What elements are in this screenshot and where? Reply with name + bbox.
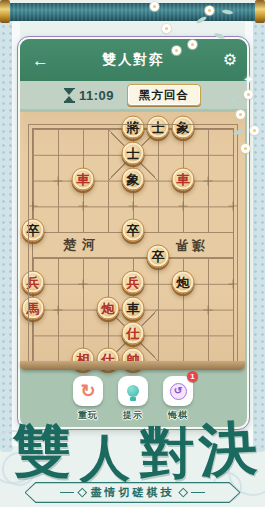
piece-象-black[interactable]: 象	[122, 167, 145, 190]
undo-label: 悔棋	[155, 409, 201, 422]
footer-banner-inner: 盡情切磋棋技	[26, 483, 239, 501]
banner-diamond-icon	[178, 488, 187, 497]
piece-象-black[interactable]: 象	[172, 116, 195, 139]
replay-label: 重玩	[65, 409, 111, 422]
hint-button[interactable]: 提示	[110, 376, 156, 422]
scroll-rod-cap-right	[255, 0, 265, 23]
piece-車-red[interactable]: 車	[172, 167, 195, 190]
scroll-rod	[5, 3, 260, 21]
settings-gear-icon[interactable]: ⚙	[223, 52, 237, 68]
footer-banner: 盡情切磋棋技	[25, 482, 241, 503]
turn-indicator-badge[interactable]: 黑方回合	[127, 84, 201, 106]
footer-subtitle: 盡情切磋棋技	[91, 485, 175, 500]
point-marker	[204, 305, 213, 314]
piece-車-red[interactable]: 車	[72, 167, 95, 190]
board-grid[interactable]: 楚河 漢界 將士象士車象車卒卒卒兵兵炮馬炮車仕相仕帥	[32, 128, 234, 362]
hint-button-square[interactable]	[118, 376, 148, 406]
action-bar: ↻ 重玩 提示 ↺ 1 悔棋	[0, 376, 265, 422]
replay-button-square[interactable]: ↻	[73, 376, 103, 406]
piece-士-black[interactable]: 士	[147, 116, 170, 139]
piece-卒-black[interactable]: 卒	[122, 219, 145, 242]
point-marker	[229, 279, 238, 288]
point-marker	[29, 202, 38, 211]
piece-仕-red[interactable]: 仕	[122, 322, 145, 345]
undo-count-badge: 1	[187, 371, 198, 382]
point-marker	[79, 279, 88, 288]
piece-炮-red[interactable]: 炮	[97, 296, 120, 319]
piece-車-black[interactable]: 車	[122, 296, 145, 319]
hint-label: 提示	[110, 409, 156, 422]
river-label-right: 漢界	[171, 236, 205, 254]
replay-button[interactable]: ↻ 重玩	[65, 376, 111, 422]
point-marker	[204, 176, 213, 185]
blossom-icon	[162, 24, 171, 33]
cloud-decoration	[2, 452, 36, 486]
piece-兵-red[interactable]: 兵	[22, 270, 45, 293]
app-screen: ← 雙人對弈 ⚙ 11:09 黑方回合 楚河 漢界 將士象士車象車卒卒卒兵兵炮馬…	[0, 0, 265, 507]
banner-dash	[60, 492, 74, 494]
hourglass-icon	[64, 88, 75, 103]
point-marker	[179, 202, 188, 211]
point-marker	[79, 202, 88, 211]
xiangqi-board: 楚河 漢界 將士象士車象車卒卒卒兵兵炮馬炮車仕相仕帥	[20, 112, 245, 362]
piece-卒-black[interactable]: 卒	[147, 245, 170, 268]
banner-diamond-icon	[78, 488, 87, 497]
undo-button[interactable]: ↺ 1 悔棋	[155, 376, 201, 422]
undo-button-square[interactable]: ↺ 1	[163, 376, 193, 406]
header-bar: ← 雙人對弈 ⚙	[20, 39, 247, 81]
game-timer: 11:09	[79, 88, 114, 103]
piece-馬-red[interactable]: 馬	[22, 296, 45, 319]
piece-將-black[interactable]: 將	[122, 116, 145, 139]
point-marker	[54, 305, 63, 314]
piece-炮-black[interactable]: 炮	[172, 270, 195, 293]
banner-dash	[191, 492, 205, 494]
piece-卒-black[interactable]: 卒	[22, 219, 45, 242]
hint-icon	[127, 385, 139, 397]
undo-icon: ↺	[170, 383, 187, 400]
replay-icon: ↻	[80, 382, 95, 400]
piece-士-black[interactable]: 士	[122, 141, 145, 164]
status-row: 11:09 黑方回合	[20, 81, 247, 109]
scroll-rod-cap-left	[0, 0, 10, 23]
footer-title-char: 人	[80, 425, 130, 492]
point-marker	[129, 202, 138, 211]
page-title: 雙人對弈	[20, 51, 247, 69]
point-marker	[54, 176, 63, 185]
river-label-left: 楚河	[63, 236, 101, 254]
piece-兵-red[interactable]: 兵	[122, 270, 145, 293]
point-marker	[229, 202, 238, 211]
board-wooden-edge	[20, 361, 245, 370]
